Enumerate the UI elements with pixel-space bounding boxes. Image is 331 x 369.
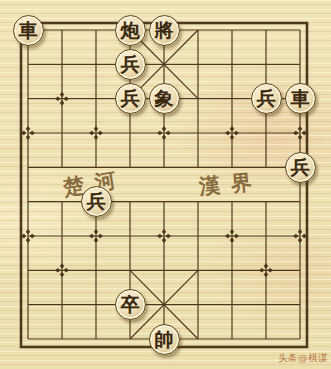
piece-glyph: 兵 xyxy=(291,157,310,176)
piece-glyph: 帥 xyxy=(155,329,174,348)
piece-glyph: 兵 xyxy=(257,89,276,108)
xiangqi-board: 楚河 漢界 車炮將兵兵象兵車兵兵卒帥 头条@棋谋 xyxy=(0,0,331,369)
piece-車-red[interactable]: 車 xyxy=(13,15,44,46)
piece-炮-red[interactable]: 炮 xyxy=(115,15,146,46)
piece-glyph: 卒 xyxy=(121,295,140,314)
piece-兵-red[interactable]: 兵 xyxy=(81,186,112,217)
piece-兵-red[interactable]: 兵 xyxy=(251,83,282,114)
piece-車-red[interactable]: 車 xyxy=(285,83,316,114)
piece-帥-red[interactable]: 帥 xyxy=(149,324,180,355)
piece-glyph: 兵 xyxy=(87,192,106,211)
piece-glyph: 將 xyxy=(155,20,174,39)
piece-glyph: 兵 xyxy=(121,89,140,108)
piece-象-black[interactable]: 象 xyxy=(149,83,180,114)
piece-兵-red[interactable]: 兵 xyxy=(115,49,146,80)
piece-glyph: 炮 xyxy=(121,20,140,39)
piece-glyph: 兵 xyxy=(121,54,140,73)
piece-glyph: 車 xyxy=(291,89,310,108)
piece-glyph: 車 xyxy=(19,20,38,39)
watermark-text: 头条@棋谋 xyxy=(278,352,328,365)
piece-卒-black[interactable]: 卒 xyxy=(115,289,146,320)
piece-將-black[interactable]: 將 xyxy=(149,15,180,46)
piece-glyph: 象 xyxy=(155,89,174,108)
board-intersections[interactable]: 車炮將兵兵象兵車兵兵卒帥 xyxy=(11,13,317,357)
piece-兵-red[interactable]: 兵 xyxy=(115,83,146,114)
piece-兵-red[interactable]: 兵 xyxy=(285,152,316,183)
